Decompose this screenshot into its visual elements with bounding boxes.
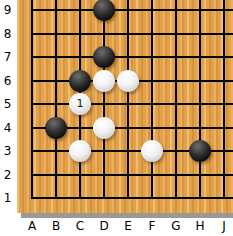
go-board-viewport: 987654321ABCDEFGHJ1 — [0, 0, 233, 236]
grid-line-vertical — [199, 0, 201, 199]
grid-line-vertical — [55, 0, 57, 199]
column-label-E: E — [120, 218, 136, 234]
black-stone-C6 — [69, 70, 91, 92]
grid-line-vertical — [103, 0, 105, 199]
white-stone-D6 — [93, 70, 115, 92]
black-stone-D7 — [93, 46, 115, 68]
row-label-3: 3 — [0, 143, 15, 159]
grid-line-vertical — [151, 0, 153, 199]
row-label-9: 9 — [0, 2, 15, 18]
black-stone-D9 — [93, 0, 115, 21]
column-label-A: A — [24, 218, 40, 234]
grid-line-vertical — [31, 0, 33, 199]
row-label-4: 4 — [0, 120, 15, 136]
grid-line-vertical — [175, 0, 177, 199]
column-label-F: F — [144, 218, 160, 234]
white-stone-C3 — [69, 140, 91, 162]
black-stone-H3 — [189, 140, 211, 162]
column-label-H: H — [192, 218, 208, 234]
row-label-2: 2 — [0, 167, 15, 183]
row-label-7: 7 — [0, 49, 15, 65]
row-label-5: 5 — [0, 96, 15, 112]
grid-line-horizontal — [31, 56, 233, 58]
white-stone-D4 — [93, 117, 115, 139]
grid-line-horizontal — [31, 174, 233, 176]
grid-line-horizontal — [31, 197, 233, 199]
grid-line-vertical — [127, 0, 129, 199]
column-label-G: G — [168, 218, 184, 234]
white-stone-C5: 1 — [69, 93, 91, 115]
grid-line-vertical — [223, 0, 225, 199]
row-label-8: 8 — [0, 26, 15, 42]
move-number-label: 1 — [77, 97, 84, 110]
row-label-6: 6 — [0, 73, 15, 89]
grid-line-horizontal — [31, 103, 233, 105]
grid-line-horizontal — [31, 33, 233, 35]
column-label-J: J — [216, 218, 232, 234]
column-label-C: C — [72, 218, 88, 234]
white-stone-E6 — [117, 70, 139, 92]
white-stone-F3 — [141, 140, 163, 162]
black-stone-B4 — [45, 117, 67, 139]
row-label-1: 1 — [0, 190, 15, 206]
column-label-D: D — [96, 218, 112, 234]
grid-line-horizontal — [31, 9, 233, 11]
column-label-B: B — [48, 218, 64, 234]
